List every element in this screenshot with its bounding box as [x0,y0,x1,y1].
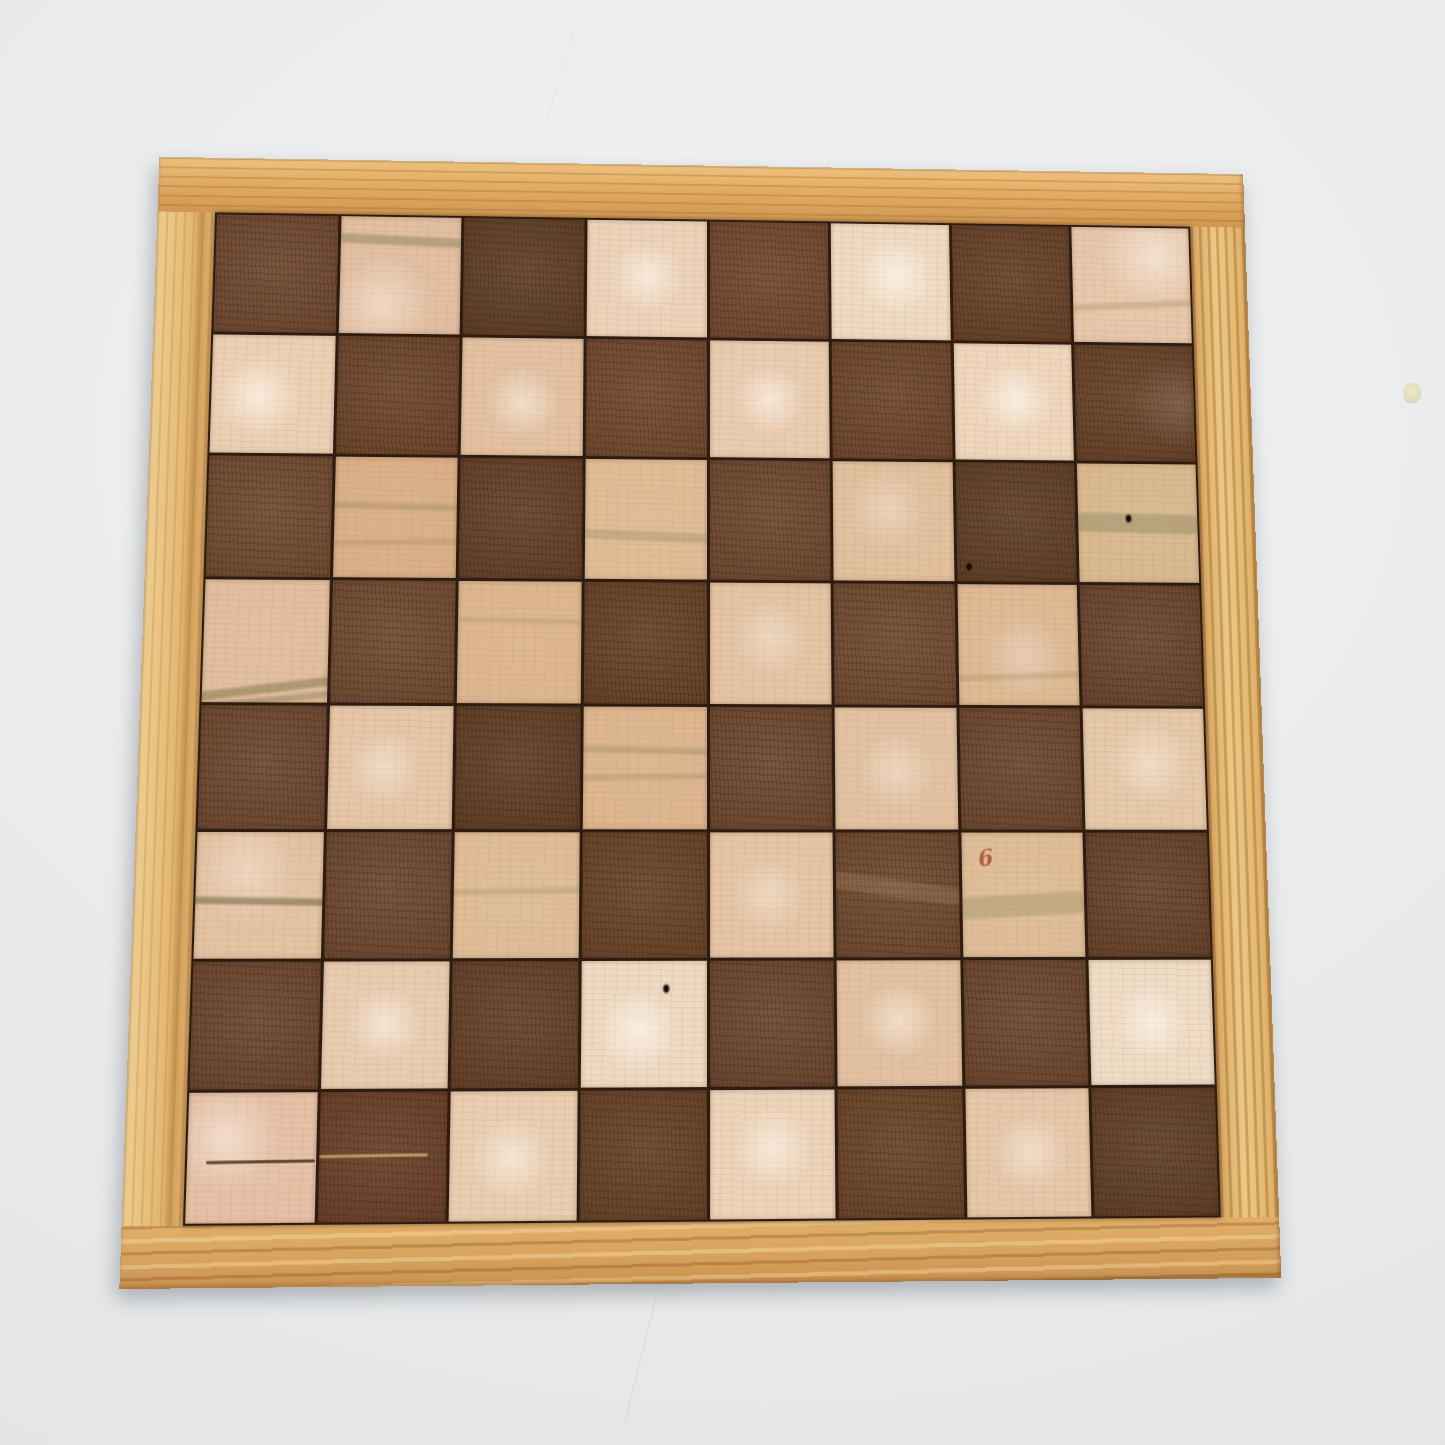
square-b2 [321,961,450,1089]
scratch-line [206,1159,315,1164]
square-f2 [837,960,962,1087]
square-g4 [959,707,1083,829]
wood-grain-streak [961,891,1086,920]
square-e5 [709,582,831,704]
wood-grain-streak [1077,512,1199,534]
square-d3 [582,832,707,957]
square-c3 [453,832,580,958]
wood-knot [662,982,671,994]
wood-grain-streak [585,528,707,543]
square-f7 [832,341,953,459]
square-b1 [317,1092,447,1223]
square-h1 [1092,1088,1219,1216]
square-b5 [330,580,456,703]
square-f3 [836,833,960,958]
board-grid: 6 [183,212,1221,1226]
scratch-line [319,1153,428,1158]
pencil-mark: 6 [974,843,994,871]
square-e1 [710,1090,836,1220]
square-c8 [463,218,585,336]
wood-grain-streak [333,538,458,545]
square-f4 [835,707,958,830]
square-b6 [333,457,458,578]
square-f5 [834,583,956,704]
square-e6 [709,460,830,580]
square-h5 [1080,585,1203,705]
wood-grain-streak [583,745,707,755]
square-f6 [833,461,954,581]
wood-grain-streak [836,870,960,906]
square-g3: 6 [961,833,1086,957]
square-e2 [710,960,835,1087]
wood-grain-streak [193,896,323,906]
wood-grain-streak [453,887,580,896]
wood-grain-streak [583,773,707,781]
square-b4 [327,705,454,829]
square-g7 [953,343,1074,461]
square-g6 [955,463,1077,582]
board-perspective-wrap: 6 [147,144,1269,1266]
square-g8 [952,225,1072,341]
square-c2 [451,961,579,1089]
square-d8 [586,220,706,337]
wood-knot [1124,512,1133,524]
square-d2 [581,961,707,1089]
square-a6 [206,456,333,577]
background-speck [1404,383,1421,402]
square-b7 [336,336,460,455]
chess-board: 6 [119,157,1281,1289]
wood-grain-streak [1072,300,1192,312]
square-c7 [461,337,584,456]
square-e3 [710,833,834,958]
square-e7 [709,340,829,459]
square-b3 [324,832,452,958]
square-g1 [965,1089,1092,1218]
wood-grain-streak [457,616,582,625]
square-f8 [831,223,951,340]
square-h6 [1077,464,1199,583]
square-c4 [455,706,581,830]
square-a7 [209,334,335,454]
square-d7 [586,339,707,458]
wood-grain-streak [333,501,458,512]
square-a2 [189,961,320,1090]
square-h7 [1074,344,1195,462]
square-h4 [1083,708,1207,830]
square-b8 [338,216,461,334]
square-e8 [709,222,828,339]
square-g5 [957,584,1080,705]
square-c5 [457,581,582,703]
square-a1 [185,1093,317,1224]
photo-scene: 6 [0,0,1445,1445]
square-d1 [580,1091,707,1221]
square-d4 [583,706,707,829]
square-d6 [585,459,707,579]
square-h8 [1072,227,1192,343]
wood-knot [964,561,973,573]
square-a8 [213,214,338,332]
square-e4 [709,706,832,829]
square-c1 [449,1091,578,1221]
board-frame-bottom-rail [119,1217,1281,1289]
square-h2 [1089,959,1215,1085]
wood-grain-streak [957,671,1080,681]
square-a4 [198,705,327,829]
wood-grain-streak [338,232,461,247]
square-a3 [193,832,323,958]
square-g2 [963,960,1089,1086]
square-a5 [202,579,330,702]
square-d5 [584,582,707,704]
square-c6 [459,458,583,579]
surface-scratch [624,1297,656,1423]
square-f1 [838,1089,964,1218]
square-h3 [1086,833,1211,957]
surface-scratch [546,32,575,118]
